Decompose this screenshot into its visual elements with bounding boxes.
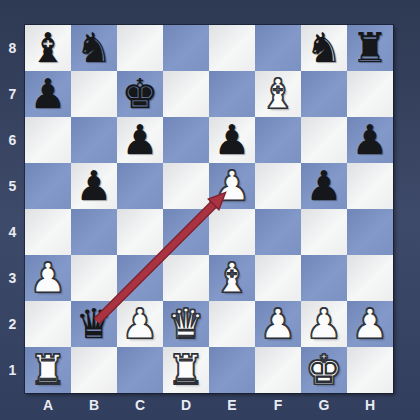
- square-f4[interactable]: [255, 209, 301, 255]
- square-c2[interactable]: ♟: [117, 301, 163, 347]
- square-h7[interactable]: [347, 71, 393, 117]
- square-d8[interactable]: [163, 25, 209, 71]
- square-d2[interactable]: ♛: [163, 301, 209, 347]
- chess-board: ♝♞♞♜♟♚♝♟♟♟♟♟♟♟♝♛♟♛♟♟♟♜♜♚: [25, 25, 393, 393]
- square-c3[interactable]: [117, 255, 163, 301]
- square-h3[interactable]: [347, 255, 393, 301]
- square-a5[interactable]: [25, 163, 71, 209]
- square-h2[interactable]: ♟: [347, 301, 393, 347]
- square-f5[interactable]: [255, 163, 301, 209]
- square-b5[interactable]: ♟: [71, 163, 117, 209]
- piece-white-bishop-f7[interactable]: ♝: [255, 71, 301, 117]
- square-g4[interactable]: [301, 209, 347, 255]
- square-g1[interactable]: ♚: [301, 347, 347, 393]
- piece-white-pawn-g2[interactable]: ♟: [301, 301, 347, 347]
- square-f6[interactable]: [255, 117, 301, 163]
- square-h5[interactable]: [347, 163, 393, 209]
- square-a4[interactable]: [25, 209, 71, 255]
- square-a7[interactable]: ♟: [25, 71, 71, 117]
- square-c7[interactable]: ♚: [117, 71, 163, 117]
- square-a6[interactable]: [25, 117, 71, 163]
- square-e2[interactable]: [209, 301, 255, 347]
- file-label-c: C: [117, 393, 163, 420]
- piece-black-bishop-a8[interactable]: ♝: [25, 25, 71, 71]
- piece-black-pawn-c6[interactable]: ♟: [117, 117, 163, 163]
- square-c5[interactable]: [117, 163, 163, 209]
- piece-black-king-c7[interactable]: ♚: [117, 71, 163, 117]
- square-h6[interactable]: ♟: [347, 117, 393, 163]
- rank-label-2: 2: [0, 301, 25, 347]
- square-g2[interactable]: ♟: [301, 301, 347, 347]
- piece-black-pawn-h6[interactable]: ♟: [347, 117, 393, 163]
- square-f1[interactable]: [255, 347, 301, 393]
- square-f3[interactable]: [255, 255, 301, 301]
- square-e1[interactable]: [209, 347, 255, 393]
- square-e8[interactable]: [209, 25, 255, 71]
- file-label-a: A: [25, 393, 71, 420]
- square-d5[interactable]: [163, 163, 209, 209]
- file-label-f: F: [255, 393, 301, 420]
- piece-black-pawn-g5[interactable]: ♟: [301, 163, 347, 209]
- file-label-b: B: [71, 393, 117, 420]
- piece-black-pawn-e6[interactable]: ♟: [209, 117, 255, 163]
- square-b3[interactable]: [71, 255, 117, 301]
- piece-white-queen-d2[interactable]: ♛: [163, 301, 209, 347]
- square-b8[interactable]: ♞: [71, 25, 117, 71]
- square-b4[interactable]: [71, 209, 117, 255]
- piece-white-bishop-e3[interactable]: ♝: [209, 255, 255, 301]
- piece-white-king-g1[interactable]: ♚: [301, 347, 347, 393]
- rank-label-6: 6: [0, 117, 25, 163]
- file-label-h: H: [347, 393, 393, 420]
- piece-black-knight-g8[interactable]: ♞: [301, 25, 347, 71]
- square-b7[interactable]: [71, 71, 117, 117]
- square-b1[interactable]: [71, 347, 117, 393]
- square-b2[interactable]: ♛: [71, 301, 117, 347]
- piece-black-pawn-b5[interactable]: ♟: [71, 163, 117, 209]
- chess-diagram: ♝♞♞♜♟♚♝♟♟♟♟♟♟♟♝♛♟♛♟♟♟♜♜♚ 87654321 ABCDEF…: [0, 0, 420, 420]
- square-d1[interactable]: ♜: [163, 347, 209, 393]
- file-label-d: D: [163, 393, 209, 420]
- piece-white-pawn-c2[interactable]: ♟: [117, 301, 163, 347]
- square-g5[interactable]: ♟: [301, 163, 347, 209]
- square-c1[interactable]: [117, 347, 163, 393]
- square-d3[interactable]: [163, 255, 209, 301]
- square-a8[interactable]: ♝: [25, 25, 71, 71]
- square-e5[interactable]: ♟: [209, 163, 255, 209]
- piece-black-queen-b2[interactable]: ♛: [71, 301, 117, 347]
- square-c6[interactable]: ♟: [117, 117, 163, 163]
- piece-black-knight-b8[interactable]: ♞: [71, 25, 117, 71]
- rank-label-3: 3: [0, 255, 25, 301]
- square-f8[interactable]: [255, 25, 301, 71]
- square-e3[interactable]: ♝: [209, 255, 255, 301]
- piece-white-rook-d1[interactable]: ♜: [163, 347, 209, 393]
- rank-label-4: 4: [0, 209, 25, 255]
- square-e6[interactable]: ♟: [209, 117, 255, 163]
- piece-white-pawn-h2[interactable]: ♟: [347, 301, 393, 347]
- square-c8[interactable]: [117, 25, 163, 71]
- square-h4[interactable]: [347, 209, 393, 255]
- square-g6[interactable]: [301, 117, 347, 163]
- square-c4[interactable]: [117, 209, 163, 255]
- piece-white-rook-a1[interactable]: ♜: [25, 347, 71, 393]
- piece-black-rook-h8[interactable]: ♜: [347, 25, 393, 71]
- file-label-e: E: [209, 393, 255, 420]
- square-e7[interactable]: [209, 71, 255, 117]
- square-e4[interactable]: [209, 209, 255, 255]
- square-h8[interactable]: ♜: [347, 25, 393, 71]
- square-f7[interactable]: ♝: [255, 71, 301, 117]
- rank-label-8: 8: [0, 25, 25, 71]
- rank-label-1: 1: [0, 347, 25, 393]
- square-d6[interactable]: [163, 117, 209, 163]
- piece-white-pawn-e5[interactable]: ♟: [209, 163, 255, 209]
- square-g7[interactable]: [301, 71, 347, 117]
- square-b6[interactable]: [71, 117, 117, 163]
- square-d4[interactable]: [163, 209, 209, 255]
- file-label-g: G: [301, 393, 347, 420]
- square-g8[interactable]: ♞: [301, 25, 347, 71]
- square-f2[interactable]: ♟: [255, 301, 301, 347]
- piece-white-pawn-f2[interactable]: ♟: [255, 301, 301, 347]
- piece-white-pawn-a3[interactable]: ♟: [25, 255, 71, 301]
- piece-black-pawn-a7[interactable]: ♟: [25, 71, 71, 117]
- square-a1[interactable]: ♜: [25, 347, 71, 393]
- square-a3[interactable]: ♟: [25, 255, 71, 301]
- square-g3[interactable]: [301, 255, 347, 301]
- rank-label-7: 7: [0, 71, 25, 117]
- rank-label-5: 5: [0, 163, 25, 209]
- square-h1[interactable]: [347, 347, 393, 393]
- square-d7[interactable]: [163, 71, 209, 117]
- square-a2[interactable]: [25, 301, 71, 347]
